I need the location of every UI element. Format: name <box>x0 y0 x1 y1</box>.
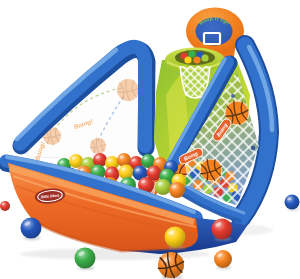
left-panel: Boing!Boing! <box>26 56 141 162</box>
play-ball <box>119 165 134 180</box>
grommet-dot <box>231 94 235 98</box>
play-ball <box>188 50 195 57</box>
play-ball <box>21 218 42 241</box>
ball-pit-illustration: Boing!Boing! Hoop It Up! <box>0 0 300 279</box>
play-ball <box>184 56 191 63</box>
play-ball <box>75 248 96 271</box>
play-ball <box>214 250 232 269</box>
play-ball <box>169 182 185 198</box>
play-ball <box>0 201 10 211</box>
play-ball <box>193 56 200 63</box>
play-ball <box>69 154 83 168</box>
play-ball <box>285 195 300 211</box>
play-ball <box>155 179 171 195</box>
play-ball <box>201 54 208 61</box>
product-photo-stage: Boing!Boing! Hoop It Up! <box>0 0 300 279</box>
grommet-dot <box>251 146 255 150</box>
